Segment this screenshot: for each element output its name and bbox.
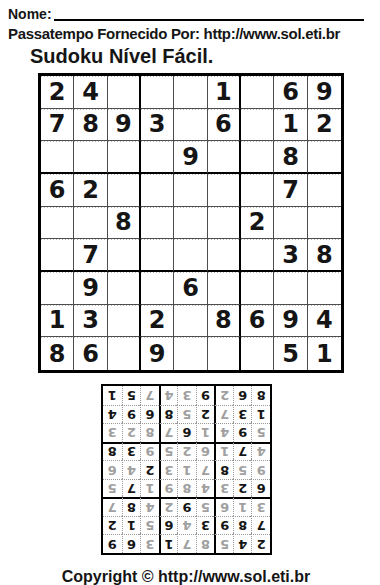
solution-cell-r8c5: 5 xyxy=(177,405,196,424)
solution-cell-r3c7: 4 xyxy=(140,497,159,516)
puzzle-cell-r7c2: 9 xyxy=(74,272,107,305)
puzzle-cell-r4c8: 7 xyxy=(274,174,307,207)
puzzle-cell-r8c8: 9 xyxy=(274,305,307,338)
solution-cell-r9c2: 6 xyxy=(232,386,251,405)
solution-cell-r5c2: 5 xyxy=(232,460,251,479)
solution-cell-r9c7: 7 xyxy=(140,386,159,405)
puzzle-cell-r8c4: 2 xyxy=(141,305,174,338)
solution-grid: 2458713697893465123165924876234891759587… xyxy=(101,384,272,555)
puzzle-cell-r3c1[interactable] xyxy=(41,141,74,174)
puzzle-cell-r7c1[interactable] xyxy=(41,272,74,305)
solution-cell-r5c3: 8 xyxy=(214,460,233,479)
puzzle-cell-r3c2[interactable] xyxy=(74,141,107,174)
solution-cell-r1c4: 8 xyxy=(195,534,214,553)
solution-cell-r6c3: 1 xyxy=(214,442,233,461)
solution-cell-r4c2: 2 xyxy=(232,479,251,498)
puzzle-cell-r2c9: 2 xyxy=(308,109,341,142)
puzzle-cell-r5c2[interactable] xyxy=(74,207,107,240)
solution-cell-r7c6: 7 xyxy=(158,423,177,442)
solution-cell-r4c9: 5 xyxy=(103,479,122,498)
puzzle-cell-r2c4: 3 xyxy=(141,109,174,142)
puzzle-cell-r3c4[interactable] xyxy=(141,141,174,174)
puzzle-cell-r6c8: 3 xyxy=(274,239,307,272)
puzzle-cell-r9c8: 5 xyxy=(274,337,307,370)
puzzle-cell-r9c7[interactable] xyxy=(241,337,274,370)
puzzle-cell-r7c9[interactable] xyxy=(308,272,341,305)
solution-cell-r3c9: 7 xyxy=(103,497,122,516)
solution-cell-r8c9: 4 xyxy=(103,405,122,424)
solution-cell-r9c3: 2 xyxy=(214,386,233,405)
solution-cell-r3c8: 8 xyxy=(121,497,140,516)
solution-cell-r6c5: 2 xyxy=(177,442,196,461)
solution-cell-r2c6: 6 xyxy=(158,516,177,535)
solution-cell-r2c3: 9 xyxy=(214,516,233,535)
solution-cell-r4c5: 8 xyxy=(177,479,196,498)
page-title: Sudoku Nível Fácil. xyxy=(30,45,364,68)
puzzle-cell-r4c3[interactable] xyxy=(108,174,141,207)
puzzle-cell-r9c6[interactable] xyxy=(208,337,241,370)
solution-cell-r6c7: 9 xyxy=(140,442,159,461)
puzzle-cell-r1c6: 1 xyxy=(208,76,241,109)
puzzle-cell-r7c6[interactable] xyxy=(208,272,241,305)
solution-cell-r7c8: 2 xyxy=(121,423,140,442)
solution-cell-r7c4: 1 xyxy=(195,423,214,442)
solution-cell-r1c6: 1 xyxy=(158,534,177,553)
puzzle-cell-r7c4[interactable] xyxy=(141,272,174,305)
solution-cell-r4c3: 3 xyxy=(214,479,233,498)
solution-cell-r5c1: 9 xyxy=(251,460,270,479)
puzzle-cell-r1c8: 6 xyxy=(274,76,307,109)
puzzle-cell-r5c3: 8 xyxy=(108,207,141,240)
puzzle-cell-r6c5[interactable] xyxy=(174,239,207,272)
solution-cell-r1c2: 4 xyxy=(232,534,251,553)
puzzle-cell-r1c1: 2 xyxy=(41,76,74,109)
solution-cell-r9c4: 9 xyxy=(195,386,214,405)
puzzle-cell-r9c2: 6 xyxy=(74,337,107,370)
solution-cell-r7c9: 3 xyxy=(103,423,122,442)
puzzle-cell-r7c5: 6 xyxy=(174,272,207,305)
solution-cell-r4c8: 7 xyxy=(121,479,140,498)
puzzle-cell-r3c8: 8 xyxy=(274,141,307,174)
solution-cell-r8c2: 3 xyxy=(232,405,251,424)
solution-cell-r1c1: 2 xyxy=(251,534,270,553)
solution-cell-r2c4: 3 xyxy=(195,516,214,535)
solution-cell-r3c3: 6 xyxy=(214,497,233,516)
puzzle-cell-r2c8: 1 xyxy=(274,109,307,142)
puzzle-cell-r6c6[interactable] xyxy=(208,239,241,272)
puzzle-cell-r6c7[interactable] xyxy=(241,239,274,272)
puzzle-cell-r3c5: 9 xyxy=(174,141,207,174)
puzzle-cell-r4c6[interactable] xyxy=(208,174,241,207)
puzzle-cell-r3c9[interactable] xyxy=(308,141,341,174)
puzzle-cell-r4c4[interactable] xyxy=(141,174,174,207)
solution-cell-r3c1: 3 xyxy=(251,497,270,516)
name-fill-line xyxy=(54,6,364,21)
solution-cell-r9c8: 5 xyxy=(121,386,140,405)
solution-cell-r7c1: 5 xyxy=(251,423,270,442)
puzzle-cell-r7c7[interactable] xyxy=(241,272,274,305)
solution-cell-r8c1: 1 xyxy=(251,405,270,424)
puzzle-cell-r9c9: 1 xyxy=(308,337,341,370)
puzzle-cell-r7c8[interactable] xyxy=(274,272,307,305)
puzzle-cell-r2c1: 7 xyxy=(41,109,74,142)
solution-cell-r1c8: 6 xyxy=(121,534,140,553)
puzzle-cell-r8c3[interactable] xyxy=(108,305,141,338)
puzzle-cell-r6c1[interactable] xyxy=(41,239,74,272)
solution-cell-r8c7: 6 xyxy=(140,405,159,424)
puzzle-cell-r6c3[interactable] xyxy=(108,239,141,272)
solution-cell-r9c6: 4 xyxy=(158,386,177,405)
solution-cell-r3c4: 5 xyxy=(195,497,214,516)
puzzle-cell-r6c2: 7 xyxy=(74,239,107,272)
puzzle-cell-r5c7: 2 xyxy=(241,207,274,240)
solution-cell-r3c6: 2 xyxy=(158,497,177,516)
solution-cell-r8c6: 8 xyxy=(158,405,177,424)
solution-cell-r9c9: 1 xyxy=(103,386,122,405)
puzzle-cell-r1c5[interactable] xyxy=(174,76,207,109)
puzzle-cell-r7c3[interactable] xyxy=(108,272,141,305)
solution-cell-r2c2: 8 xyxy=(232,516,251,535)
solution-cell-r8c8: 9 xyxy=(121,405,140,424)
puzzle-cell-r5c6[interactable] xyxy=(208,207,241,240)
solution-cell-r5c9: 6 xyxy=(103,460,122,479)
puzzle-cell-r3c3[interactable] xyxy=(108,141,141,174)
puzzle-cell-r8c2: 3 xyxy=(74,305,107,338)
puzzle-cell-r4c1: 6 xyxy=(41,174,74,207)
puzzle-cell-r5c1[interactable] xyxy=(41,207,74,240)
solution-cell-r6c1: 4 xyxy=(251,442,270,461)
puzzle-cell-r8c6: 8 xyxy=(208,305,241,338)
sudoku-sheet: Nome: Passatempo Fornecido Por: http://w… xyxy=(0,0,380,585)
solution-cell-r1c7: 3 xyxy=(140,534,159,553)
puzzle-cell-r6c9: 8 xyxy=(308,239,341,272)
puzzle-cell-r4c9[interactable] xyxy=(308,174,341,207)
name-row: Nome: xyxy=(8,4,364,21)
solution-cell-r2c5: 4 xyxy=(177,516,196,535)
puzzle-cell-r9c3[interactable] xyxy=(108,337,141,370)
solution-cell-r5c7: 2 xyxy=(140,460,159,479)
solution-cell-r8c3: 7 xyxy=(214,405,233,424)
puzzle-cell-r5c4[interactable] xyxy=(141,207,174,240)
puzzle-cell-r9c5[interactable] xyxy=(174,337,207,370)
puzzle-cell-r5c8[interactable] xyxy=(274,207,307,240)
puzzle-cell-r6c4[interactable] xyxy=(141,239,174,272)
solution-area: 2458713697893465123165924876234891759587… xyxy=(8,384,364,555)
solution-cell-r5c5: 1 xyxy=(177,460,196,479)
puzzle-cell-r1c9: 9 xyxy=(308,76,341,109)
puzzle-cell-r8c1: 1 xyxy=(41,305,74,338)
solution-cell-r7c3: 4 xyxy=(214,423,233,442)
solution-cell-r4c4: 4 xyxy=(195,479,214,498)
puzzle-cell-r2c2: 8 xyxy=(74,109,107,142)
solution-cell-r4c7: 1 xyxy=(140,479,159,498)
solution-cell-r6c8: 3 xyxy=(121,442,140,461)
solution-cell-r5c8: 4 xyxy=(121,460,140,479)
solution-cell-r4c1: 6 xyxy=(251,479,270,498)
puzzle-cell-r4c7[interactable] xyxy=(241,174,274,207)
solution-cell-r7c5: 6 xyxy=(177,423,196,442)
solution-cell-r3c5: 9 xyxy=(177,497,196,516)
puzzle-cell-r8c9: 4 xyxy=(308,305,341,338)
solution-cell-r7c2: 9 xyxy=(232,423,251,442)
puzzle-cell-r1c4[interactable] xyxy=(141,76,174,109)
puzzle-cell-r2c6: 6 xyxy=(208,109,241,142)
solution-cell-r3c2: 1 xyxy=(232,497,251,516)
puzzle-cell-r3c6[interactable] xyxy=(208,141,241,174)
puzzle-grid: 241697893612986278273896132869486951 xyxy=(38,73,344,373)
puzzle-cell-r8c5[interactable] xyxy=(174,305,207,338)
solution-cell-r2c9: 2 xyxy=(103,516,122,535)
puzzle-cell-r1c2: 4 xyxy=(74,76,107,109)
solution-cell-r2c7: 5 xyxy=(140,516,159,535)
puzzle-cell-r9c4: 9 xyxy=(141,337,174,370)
solution-cell-r9c1: 8 xyxy=(251,386,270,405)
puzzle-cell-r5c5[interactable] xyxy=(174,207,207,240)
puzzle-cell-r2c7[interactable] xyxy=(241,109,274,142)
puzzle-cell-r4c5[interactable] xyxy=(174,174,207,207)
solution-cell-r2c8: 1 xyxy=(121,516,140,535)
solution-cell-r6c4: 6 xyxy=(195,442,214,461)
solution-cell-r8c4: 2 xyxy=(195,405,214,424)
solution-cell-r6c9: 8 xyxy=(103,442,122,461)
solution-cell-r4c6: 9 xyxy=(158,479,177,498)
solution-cell-r2c1: 7 xyxy=(251,516,270,535)
solution-cell-r1c3: 5 xyxy=(214,534,233,553)
solution-cell-r7c7: 8 xyxy=(140,423,159,442)
solution-cell-r1c9: 9 xyxy=(103,534,122,553)
puzzle-cell-r1c7[interactable] xyxy=(241,76,274,109)
puzzle-cell-r2c3: 9 xyxy=(108,109,141,142)
puzzle-cell-r9c1: 8 xyxy=(41,337,74,370)
puzzle-cell-r3c7[interactable] xyxy=(241,141,274,174)
puzzle-cell-r4c2: 2 xyxy=(74,174,107,207)
solution-cell-r5c4: 7 xyxy=(195,460,214,479)
name-label: Nome: xyxy=(8,7,52,21)
copyright-text: Copyright © http://www.sol.eti.br xyxy=(8,568,364,585)
puzzle-cell-r2c5[interactable] xyxy=(174,109,207,142)
solution-cell-r6c2: 7 xyxy=(232,442,251,461)
solution-cell-r1c5: 7 xyxy=(177,534,196,553)
puzzle-cell-r1c3[interactable] xyxy=(108,76,141,109)
provider-text: Passatempo Fornecido Por: http://www.sol… xyxy=(8,25,364,42)
solution-cell-r5c6: 3 xyxy=(158,460,177,479)
solution-cell-r6c6: 5 xyxy=(158,442,177,461)
solution-cell-r9c5: 3 xyxy=(177,386,196,405)
puzzle-cell-r8c7: 6 xyxy=(241,305,274,338)
puzzle-cell-r5c9[interactable] xyxy=(308,207,341,240)
